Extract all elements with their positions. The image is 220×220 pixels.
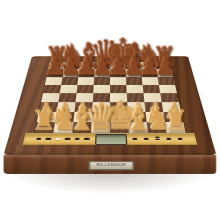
right-button-0[interactable] [132, 138, 137, 140]
chess-computer: MILLENNIUM ♜♞♝♛♚♝♞♜♟♟♟♟♟♟♟♟♟♟♟♟♟♟♟♟♜♞♝♛♚… [20, 7, 200, 189]
square-f6[interactable] [126, 77, 143, 85]
left-button-0[interactable] [36, 138, 42, 140]
left-button-1[interactable] [46, 138, 52, 140]
square-e5[interactable] [110, 85, 127, 93]
square-b6[interactable] [61, 77, 78, 85]
brand-text: MILLENNIUM [96, 162, 126, 167]
square-d5[interactable] [93, 85, 110, 93]
square-g5[interactable] [143, 85, 161, 93]
right-button-3[interactable] [166, 138, 171, 140]
square-f5[interactable] [126, 85, 143, 93]
product-photo: MILLENNIUM ♜♞♝♛♚♝♞♜♟♟♟♟♟♟♟♟♟♟♟♟♟♟♟♟♜♞♝♛♚… [0, 0, 220, 220]
white-rook[interactable]: ♜ [159, 107, 192, 135]
right-button-2-up[interactable] [155, 137, 160, 138]
left-button-2[interactable] [55, 138, 60, 140]
square-e6[interactable] [110, 77, 126, 85]
square-a6[interactable] [45, 77, 63, 85]
right-button-1[interactable] [144, 138, 149, 140]
square-g6[interactable] [142, 77, 159, 85]
square-h5[interactable] [159, 85, 177, 93]
right-button-4[interactable] [177, 138, 183, 140]
left-button-3[interactable] [65, 138, 70, 140]
white-rook[interactable]: ♜ [28, 107, 61, 135]
square-a5[interactable] [43, 85, 61, 93]
board-plane: MILLENNIUM ♜♞♝♛♚♝♞♜♟♟♟♟♟♟♟♟♟♟♟♟♟♟♟♟♜♞♝♛♚… [4, 56, 217, 155]
brand-plate: MILLENNIUM [89, 161, 134, 170]
right-button-2-down[interactable] [155, 139, 160, 140]
square-c5[interactable] [77, 85, 94, 93]
square-h6[interactable] [158, 77, 176, 85]
square-d6[interactable] [94, 77, 110, 85]
control-panel [23, 133, 198, 145]
left-button-5[interactable] [84, 138, 89, 140]
left-button-4[interactable] [75, 138, 80, 140]
black-pawn[interactable]: ♟ [151, 54, 179, 78]
square-c6[interactable] [77, 77, 94, 85]
front-edge: MILLENNIUM [4, 155, 217, 174]
white-bishop[interactable]: ♝ [122, 102, 155, 135]
white-bishop[interactable]: ♝ [65, 102, 98, 135]
lcd-display [95, 134, 127, 145]
square-b5[interactable] [60, 85, 78, 93]
